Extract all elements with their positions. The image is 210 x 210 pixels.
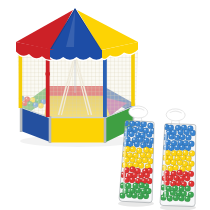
tent-roof [16,8,138,51]
tent-pole-right [103,56,107,117]
bag-outline [160,123,198,206]
base-panel-front [50,118,105,143]
ball-pit-tent [16,8,138,143]
product-photo: Product photo: hexagonal ball-pit play t… [0,0,210,210]
bag-outline [119,120,156,203]
tent-pole-far-left [19,48,23,108]
tent-pole-far-right [131,48,135,106]
ball-pit-product-image: Product photo: hexagonal ball-pit play t… [0,0,210,210]
tent-pole-left [46,56,50,117]
ball-bag-right [159,108,198,206]
pole-tie-knot [45,72,50,77]
